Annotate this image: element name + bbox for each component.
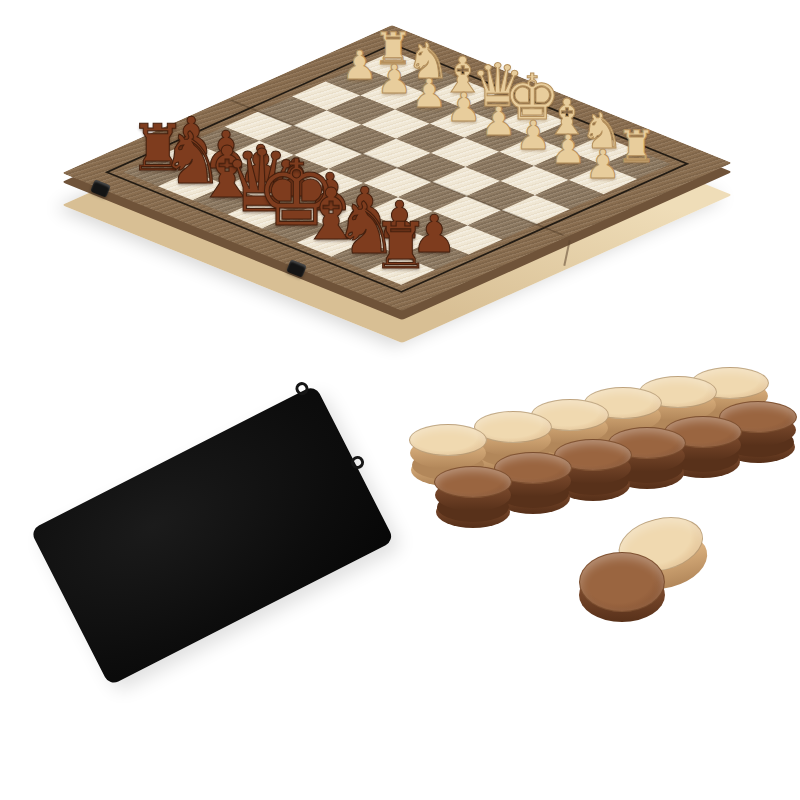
chess-piece-white-pawn: ♟ <box>481 102 517 142</box>
chess-piece-white-rook: ♜ <box>617 125 657 169</box>
chess-piece-black-rook: ♜ <box>372 214 430 278</box>
chess-piece-white-pawn: ♟ <box>411 74 447 114</box>
chess-piece-white-pawn: ♟ <box>550 130 586 170</box>
drawstring-loop-icon <box>293 380 310 397</box>
chess-piece-white-pawn: ♟ <box>515 116 551 156</box>
chess-piece-white-pawn: ♟ <box>446 88 482 128</box>
chess-piece-white-pawn: ♟ <box>342 46 378 86</box>
drawstring-loop-icon <box>349 454 366 471</box>
disc-top <box>579 552 665 612</box>
product-photo-scene: ♜♞♝♛♚♝♞♜♟♟♟♟♟♟♟♟♟♟♟♟♟♟♟♟♜♞♝♛♚♝♞♜ <box>0 0 800 800</box>
chess-piece-white-pawn: ♟ <box>377 60 413 100</box>
checker-stack-dark <box>434 466 512 530</box>
loose-checker-disc-dark <box>579 552 665 630</box>
checker-disc-dark <box>434 466 512 498</box>
checker-disc-light <box>409 424 487 456</box>
chess-piece-white-pawn: ♟ <box>585 144 621 184</box>
storage-bag <box>30 385 395 686</box>
